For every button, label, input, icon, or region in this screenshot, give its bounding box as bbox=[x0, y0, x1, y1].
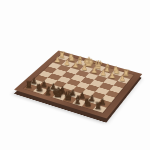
black-rook: ♜ bbox=[25, 81, 34, 90]
chess-board: ♜♞♝♚♛♝♞♜♟♟♟♟♟♟♟♟♟♟♟♟♟♟♟♟♜♞♝♚♛♝♞♜ bbox=[14, 50, 142, 118]
white-pawn: ♟ bbox=[100, 70, 107, 77]
black-knight: ♞ bbox=[83, 98, 93, 108]
board-walnut-frame: ♜♞♝♚♛♝♞♜♟♟♟♟♟♟♟♟♟♟♟♟♟♟♟♟♜♞♝♚♛♝♞♜ bbox=[14, 50, 142, 118]
white-pawn: ♟ bbox=[109, 73, 116, 80]
black-rook: ♜ bbox=[93, 102, 102, 111]
white-pawn: ♟ bbox=[119, 75, 126, 82]
white-pawn: ♟ bbox=[54, 57, 61, 64]
white-pawn: ♟ bbox=[63, 60, 70, 67]
white-pawn: ♟ bbox=[90, 67, 97, 74]
white-pawn: ♟ bbox=[81, 65, 88, 72]
board-grid: ♜♞♝♚♛♝♞♜♟♟♟♟♟♟♟♟♟♟♟♟♟♟♟♟♜♞♝♚♛♝♞♜ bbox=[24, 55, 134, 113]
chess-set-photo: ♜♞♝♚♛♝♞♜♟♟♟♟♟♟♟♟♟♟♟♟♟♟♟♟♜♞♝♚♛♝♞♜ bbox=[0, 0, 150, 150]
white-pawn: ♟ bbox=[72, 62, 79, 69]
